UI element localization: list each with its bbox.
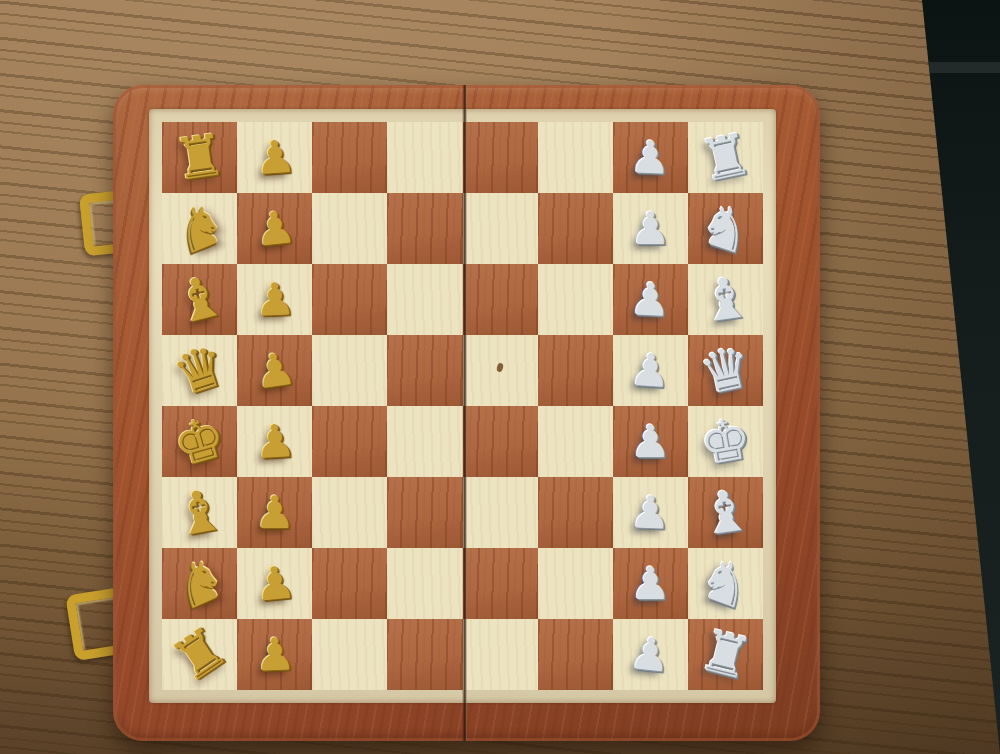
- square-r8c5[interactable]: [463, 619, 538, 690]
- square-r8c7[interactable]: ♟: [613, 619, 688, 690]
- square-r1c5[interactable]: [463, 122, 538, 193]
- white-rook[interactable]: ♜: [162, 617, 236, 693]
- square-r1c1[interactable]: ♜: [162, 122, 237, 193]
- white-rook[interactable]: ♜: [170, 126, 229, 190]
- square-r8c6[interactable]: [538, 619, 613, 690]
- square-r6c1[interactable]: ♝: [162, 477, 237, 548]
- black-pawn[interactable]: ♟: [630, 419, 670, 464]
- square-r4c6[interactable]: [538, 335, 613, 406]
- square-r3c8[interactable]: ♝: [688, 264, 763, 335]
- white-bishop[interactable]: ♝: [169, 480, 229, 545]
- square-r3c4[interactable]: [387, 264, 462, 335]
- white-pawn[interactable]: ♟: [253, 559, 297, 607]
- square-r8c1[interactable]: ♜: [162, 619, 237, 690]
- white-king[interactable]: ♚: [167, 407, 232, 476]
- black-knight[interactable]: ♞: [692, 548, 760, 619]
- square-r8c8[interactable]: ♜: [688, 619, 763, 690]
- white-pawn[interactable]: ♟: [254, 631, 296, 677]
- square-r7c6[interactable]: [538, 548, 613, 619]
- square-r6c2[interactable]: ♟: [237, 477, 312, 548]
- square-r2c1[interactable]: ♞: [162, 193, 237, 264]
- square-r1c4[interactable]: [387, 122, 462, 193]
- square-r2c8[interactable]: ♞: [688, 193, 763, 264]
- white-knight[interactable]: ♞: [165, 547, 235, 620]
- table-edge-band: [922, 62, 1000, 73]
- white-pawn[interactable]: ♟: [255, 490, 295, 535]
- square-r5c4[interactable]: [387, 406, 462, 477]
- square-r4c1[interactable]: ♛: [162, 335, 237, 406]
- square-r1c6[interactable]: [538, 122, 613, 193]
- black-king[interactable]: ♚: [695, 409, 755, 474]
- square-r2c6[interactable]: [538, 193, 613, 264]
- white-pawn[interactable]: ♟: [252, 345, 298, 395]
- black-pawn[interactable]: ♟: [629, 347, 672, 395]
- square-r4c3[interactable]: [312, 335, 387, 406]
- white-pawn[interactable]: ♟: [253, 134, 296, 182]
- square-r1c3[interactable]: [312, 122, 387, 193]
- square-r6c7[interactable]: ♟: [613, 477, 688, 548]
- square-r3c6[interactable]: [538, 264, 613, 335]
- black-pawn[interactable]: ♟: [629, 489, 671, 535]
- square-r5c6[interactable]: [538, 406, 613, 477]
- square-r1c7[interactable]: ♟: [613, 122, 688, 193]
- square-r2c2[interactable]: ♟: [237, 193, 312, 264]
- square-r7c7[interactable]: ♟: [613, 548, 688, 619]
- square-r7c1[interactable]: ♞: [162, 548, 237, 619]
- white-pawn[interactable]: ♟: [253, 418, 296, 465]
- square-r4c4[interactable]: [387, 335, 462, 406]
- square-r3c5[interactable]: [463, 264, 538, 335]
- square-r7c4[interactable]: [387, 548, 462, 619]
- square-r6c3[interactable]: [312, 477, 387, 548]
- square-r6c8[interactable]: ♝: [688, 477, 763, 548]
- square-r7c3[interactable]: [312, 548, 387, 619]
- square-r5c8[interactable]: ♚: [688, 406, 763, 477]
- square-r1c2[interactable]: ♟: [237, 122, 312, 193]
- square-r2c3[interactable]: [312, 193, 387, 264]
- white-bishop[interactable]: ♝: [168, 266, 231, 334]
- chess-board-box: ♜♟♟♜♞♟♟♞♝♟♟♝♛♟♟♛♚♟♟♚♝♟♟♝♞♟♟♞♜♟♟♜: [113, 85, 820, 741]
- square-r7c2[interactable]: ♟: [237, 548, 312, 619]
- square-r8c2[interactable]: ♟: [237, 619, 312, 690]
- square-r8c3[interactable]: [312, 619, 387, 690]
- square-r5c1[interactable]: ♚: [162, 406, 237, 477]
- square-r5c5[interactable]: [463, 406, 538, 477]
- square-r3c3[interactable]: [312, 264, 387, 335]
- square-r8c4[interactable]: [387, 619, 462, 690]
- wood-knot: [496, 363, 504, 373]
- square-r3c2[interactable]: ♟: [237, 264, 312, 335]
- black-knight[interactable]: ♞: [692, 193, 758, 263]
- square-r2c4[interactable]: [387, 193, 462, 264]
- black-pawn[interactable]: ♟: [629, 276, 672, 323]
- square-r3c1[interactable]: ♝: [162, 264, 237, 335]
- black-bishop[interactable]: ♝: [696, 268, 755, 332]
- black-pawn[interactable]: ♟: [630, 206, 670, 251]
- white-pawn[interactable]: ♟: [252, 204, 297, 253]
- square-r4c5[interactable]: [463, 335, 538, 406]
- square-r2c7[interactable]: ♟: [613, 193, 688, 264]
- square-r6c4[interactable]: [387, 477, 462, 548]
- black-rook[interactable]: ♜: [694, 621, 757, 689]
- square-r5c2[interactable]: ♟: [237, 406, 312, 477]
- square-r3c7[interactable]: ♟: [613, 264, 688, 335]
- black-queen[interactable]: ♛: [695, 337, 757, 403]
- square-r2c5[interactable]: [463, 193, 538, 264]
- white-pawn[interactable]: ♟: [254, 276, 296, 322]
- square-r7c8[interactable]: ♞: [688, 548, 763, 619]
- black-bishop[interactable]: ♝: [696, 481, 755, 545]
- board-fold-seam: [462, 85, 467, 741]
- white-knight[interactable]: ♞: [165, 193, 234, 265]
- black-pawn[interactable]: ♟: [629, 134, 671, 180]
- white-queen[interactable]: ♛: [166, 335, 232, 405]
- square-r4c8[interactable]: ♛: [688, 335, 763, 406]
- square-r5c7[interactable]: ♟: [613, 406, 688, 477]
- square-r7c5[interactable]: [463, 548, 538, 619]
- square-r4c2[interactable]: ♟: [237, 335, 312, 406]
- square-r5c3[interactable]: [312, 406, 387, 477]
- square-r1c8[interactable]: ♜: [688, 122, 763, 193]
- square-r6c5[interactable]: [463, 477, 538, 548]
- black-pawn[interactable]: ♟: [628, 630, 673, 679]
- black-pawn[interactable]: ♟: [630, 561, 670, 606]
- square-r6c6[interactable]: [538, 477, 613, 548]
- black-rook[interactable]: ♜: [695, 124, 757, 190]
- square-r4c7[interactable]: ♟: [613, 335, 688, 406]
